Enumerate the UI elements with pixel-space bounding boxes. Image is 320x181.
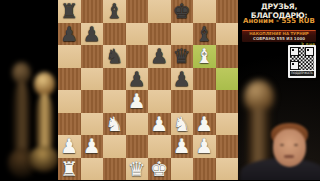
- square-c1[interactable]: [103, 158, 126, 181]
- blurred-pawn-gold: [28, 70, 58, 180]
- square-a6[interactable]: [58, 45, 81, 68]
- square-c6[interactable]: ♞: [103, 45, 126, 68]
- square-g3[interactable]: ♟: [193, 113, 216, 136]
- square-c2[interactable]: [103, 135, 126, 158]
- piece-wR-a1[interactable]: ♜: [60, 158, 78, 180]
- square-d7[interactable]: [126, 23, 149, 46]
- square-g5[interactable]: [193, 68, 216, 91]
- square-e6[interactable]: ♟: [148, 45, 171, 68]
- square-g4[interactable]: [193, 90, 216, 113]
- piece-wN-f3[interactable]: ♞: [173, 113, 191, 135]
- donation-goal-bar: НАКОПЛЕНИЕ НА ТУРНИР СОБРАНО 555 ИЗ 1000: [242, 30, 316, 42]
- square-f6[interactable]: ♛: [171, 45, 194, 68]
- piece-bN-c6[interactable]: ♞: [105, 45, 123, 67]
- square-h1[interactable]: [216, 158, 239, 181]
- piece-wP-f2[interactable]: ♟: [173, 135, 191, 157]
- square-b8[interactable]: [81, 0, 104, 23]
- piece-wP-e3[interactable]: ♟: [150, 113, 168, 135]
- piece-wP-d4[interactable]: ♟: [128, 90, 146, 112]
- piece-wQ-d1[interactable]: ♛: [128, 158, 146, 180]
- square-d8[interactable]: [126, 0, 149, 23]
- square-b5[interactable]: [81, 68, 104, 91]
- piece-bP-b7[interactable]: ♟: [83, 23, 101, 45]
- piece-bP-a7[interactable]: ♟: [60, 23, 78, 45]
- piece-bP-e6[interactable]: ♟: [150, 45, 168, 67]
- square-h6[interactable]: [216, 45, 239, 68]
- square-f7[interactable]: [171, 23, 194, 46]
- square-e1[interactable]: ♚: [148, 158, 171, 181]
- square-e4[interactable]: [148, 90, 171, 113]
- piece-bB-c8[interactable]: ♝: [105, 0, 123, 22]
- square-h7[interactable]: [216, 23, 239, 46]
- square-a2[interactable]: ♟: [58, 135, 81, 158]
- square-a4[interactable]: [58, 90, 81, 113]
- piece-wP-b2[interactable]: ♟: [83, 135, 101, 157]
- square-c3[interactable]: ♞: [103, 113, 126, 136]
- square-b2[interactable]: ♟: [81, 135, 104, 158]
- square-e2[interactable]: [148, 135, 171, 158]
- square-c7[interactable]: [103, 23, 126, 46]
- square-d4[interactable]: ♟: [126, 90, 149, 113]
- chess-board[interactable]: ♜♝♚♟♟♝♞♟♛♝♟♟♟♞♟♞♟♟♟♟♟♜♛♚: [58, 0, 238, 180]
- square-e8[interactable]: [148, 0, 171, 23]
- qr-caption: ПОДДЕРЖАТЬ: [290, 71, 314, 76]
- square-c4[interactable]: [103, 90, 126, 113]
- piece-bP-f5[interactable]: ♟: [173, 68, 191, 90]
- square-e3[interactable]: ♟: [148, 113, 171, 136]
- square-b1[interactable]: [81, 158, 104, 181]
- square-f4[interactable]: [171, 90, 194, 113]
- piece-wP-a2[interactable]: ♟: [60, 135, 78, 157]
- square-g7[interactable]: ♝: [193, 23, 216, 46]
- square-f1[interactable]: [171, 158, 194, 181]
- square-d1[interactable]: ♛: [126, 158, 149, 181]
- donation-panel: ДРУЗЬЯ, БЛАГОДАРЮ: Аноним - 555 RUB НАКО…: [238, 0, 320, 180]
- square-h2[interactable]: [216, 135, 239, 158]
- square-a5[interactable]: [58, 68, 81, 91]
- square-b3[interactable]: [81, 113, 104, 136]
- square-g8[interactable]: [193, 0, 216, 23]
- piece-wB-g6[interactable]: ♝: [195, 45, 213, 67]
- piece-wP-g2[interactable]: ♟: [195, 135, 213, 157]
- square-f5[interactable]: ♟: [171, 68, 194, 91]
- square-g2[interactable]: ♟: [193, 135, 216, 158]
- donation-qr-code: ПОДДЕРЖАТЬ: [288, 45, 316, 78]
- square-e5[interactable]: [148, 68, 171, 91]
- square-f3[interactable]: ♞: [171, 113, 194, 136]
- piece-wK-e1[interactable]: ♚: [150, 158, 168, 180]
- piece-wP-g3[interactable]: ♟: [195, 113, 213, 135]
- square-e7[interactable]: [148, 23, 171, 46]
- square-h3[interactable]: [216, 113, 239, 136]
- square-h8[interactable]: [216, 0, 239, 23]
- piece-bR-a8[interactable]: ♜: [60, 0, 78, 22]
- square-c5[interactable]: [103, 68, 126, 91]
- square-d6[interactable]: [126, 45, 149, 68]
- square-a1[interactable]: ♜: [58, 158, 81, 181]
- square-d5[interactable]: ♟: [126, 68, 149, 91]
- background-left: [0, 0, 58, 180]
- square-a3[interactable]: [58, 113, 81, 136]
- square-d2[interactable]: [126, 135, 149, 158]
- square-f8[interactable]: ♚: [171, 0, 194, 23]
- square-h5[interactable]: [216, 68, 239, 91]
- stream-frame: ♜♝♚♟♟♝♞♟♛♝♟♟♟♞♟♞♟♟♟♟♟♜♛♚ ДРУЗЬЯ, БЛАГОДА…: [0, 0, 320, 180]
- piece-bK-f8[interactable]: ♚: [173, 0, 191, 22]
- square-g6[interactable]: ♝: [193, 45, 216, 68]
- piece-bB-g7[interactable]: ♝: [195, 23, 213, 45]
- square-g1[interactable]: [193, 158, 216, 181]
- goal-bar-line2: СОБРАНО 555 ИЗ 1000: [253, 37, 305, 42]
- square-b6[interactable]: [81, 45, 104, 68]
- piece-bQ-f6[interactable]: ♛: [173, 45, 191, 67]
- piece-bP-d5[interactable]: ♟: [128, 68, 146, 90]
- square-c8[interactable]: ♝: [103, 0, 126, 23]
- square-a7[interactable]: ♟: [58, 23, 81, 46]
- square-b7[interactable]: ♟: [81, 23, 104, 46]
- square-f2[interactable]: ♟: [171, 135, 194, 158]
- donation-line: Аноним - 555 RUB: [239, 17, 319, 25]
- square-b4[interactable]: [81, 90, 104, 113]
- piece-wN-c3[interactable]: ♞: [105, 113, 123, 135]
- square-h4[interactable]: [216, 90, 239, 113]
- square-d3[interactable]: [126, 113, 149, 136]
- square-a8[interactable]: ♜: [58, 0, 81, 23]
